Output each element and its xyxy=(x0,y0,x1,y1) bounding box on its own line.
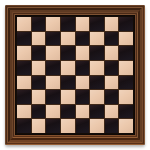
square-a3[interactable] xyxy=(17,90,31,104)
square-a4[interactable] xyxy=(17,76,31,90)
square-d1[interactable] xyxy=(61,119,75,133)
square-a1[interactable] xyxy=(17,119,31,133)
square-g2[interactable] xyxy=(105,105,119,119)
square-d3[interactable] xyxy=(61,90,75,104)
square-b2[interactable] xyxy=(32,105,46,119)
square-c6[interactable] xyxy=(46,46,60,60)
square-b8[interactable] xyxy=(32,17,46,31)
square-c8[interactable] xyxy=(46,17,60,31)
square-h6[interactable] xyxy=(119,46,133,60)
square-h1[interactable] xyxy=(119,119,133,133)
chess-board xyxy=(5,5,145,145)
square-b4[interactable] xyxy=(32,76,46,90)
board-inner-trim xyxy=(15,15,135,135)
square-a5[interactable] xyxy=(17,61,31,75)
board-grid xyxy=(17,17,133,133)
square-e8[interactable] xyxy=(76,17,90,31)
square-h3[interactable] xyxy=(119,90,133,104)
square-f8[interactable] xyxy=(90,17,104,31)
square-f7[interactable] xyxy=(90,32,104,46)
square-a8[interactable] xyxy=(17,17,31,31)
square-g1[interactable] xyxy=(105,119,119,133)
square-d5[interactable] xyxy=(61,61,75,75)
square-e7[interactable] xyxy=(76,32,90,46)
square-c2[interactable] xyxy=(46,105,60,119)
square-f3[interactable] xyxy=(90,90,104,104)
board-photo xyxy=(0,0,150,150)
square-d2[interactable] xyxy=(61,105,75,119)
square-b3[interactable] xyxy=(32,90,46,104)
square-c1[interactable] xyxy=(46,119,60,133)
square-e5[interactable] xyxy=(76,61,90,75)
square-f6[interactable] xyxy=(90,46,104,60)
square-a2[interactable] xyxy=(17,105,31,119)
square-g5[interactable] xyxy=(105,61,119,75)
square-e1[interactable] xyxy=(76,119,90,133)
square-e6[interactable] xyxy=(76,46,90,60)
square-c5[interactable] xyxy=(46,61,60,75)
square-c3[interactable] xyxy=(46,90,60,104)
square-h4[interactable] xyxy=(119,76,133,90)
square-b5[interactable] xyxy=(32,61,46,75)
square-d8[interactable] xyxy=(61,17,75,31)
square-c4[interactable] xyxy=(46,76,60,90)
square-b7[interactable] xyxy=(32,32,46,46)
square-d7[interactable] xyxy=(61,32,75,46)
square-g3[interactable] xyxy=(105,90,119,104)
square-e3[interactable] xyxy=(76,90,90,104)
square-e2[interactable] xyxy=(76,105,90,119)
square-b1[interactable] xyxy=(32,119,46,133)
square-c7[interactable] xyxy=(46,32,60,46)
square-h7[interactable] xyxy=(119,32,133,46)
square-h5[interactable] xyxy=(119,61,133,75)
board-frame-top xyxy=(5,5,145,15)
square-f5[interactable] xyxy=(90,61,104,75)
square-a7[interactable] xyxy=(17,32,31,46)
square-d6[interactable] xyxy=(61,46,75,60)
square-f1[interactable] xyxy=(90,119,104,133)
board-frame-bottom xyxy=(5,135,145,145)
square-h2[interactable] xyxy=(119,105,133,119)
square-g6[interactable] xyxy=(105,46,119,60)
square-a6[interactable] xyxy=(17,46,31,60)
square-f4[interactable] xyxy=(90,76,104,90)
square-d4[interactable] xyxy=(61,76,75,90)
square-g7[interactable] xyxy=(105,32,119,46)
square-g8[interactable] xyxy=(105,17,119,31)
square-h8[interactable] xyxy=(119,17,133,31)
square-f2[interactable] xyxy=(90,105,104,119)
square-b6[interactable] xyxy=(32,46,46,60)
square-e4[interactable] xyxy=(76,76,90,90)
board-frame-right xyxy=(135,5,145,145)
square-g4[interactable] xyxy=(105,76,119,90)
board-frame-left xyxy=(5,5,15,145)
